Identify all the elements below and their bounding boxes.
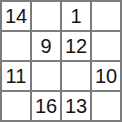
cell-r1c2[interactable] [32,2,60,30]
cell-r1c1: 14 [2,2,30,30]
cell-r4c3: 13 [62,92,90,120]
cell-r2c4[interactable] [92,32,120,60]
cell-r3c2[interactable] [32,62,60,90]
cell-r4c4[interactable] [92,92,120,120]
cell-r3c1: 11 [2,62,30,90]
cell-r4c1[interactable] [2,92,30,120]
cell-r2c2: 9 [32,32,60,60]
cell-r3c4: 10 [92,62,120,90]
cell-r4c2: 16 [32,92,60,120]
cell-r2c3: 12 [62,32,90,60]
cell-r3c3[interactable] [62,62,90,90]
cell-r1c4[interactable] [92,2,120,30]
magic-square-board: 14 1 9 12 11 10 16 13 [0,0,122,122]
cell-r2c1[interactable] [2,32,30,60]
cell-r1c3: 1 [62,2,90,30]
